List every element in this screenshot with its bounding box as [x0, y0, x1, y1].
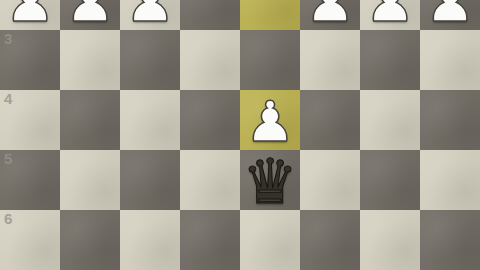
- square-h2[interactable]: ♟: [0, 0, 60, 30]
- piece-black-queen-d5[interactable]: ♛: [242, 152, 298, 212]
- piece-white-pawn-h2[interactable]: ♟: [5, 0, 55, 32]
- square-c3[interactable]: [300, 30, 360, 90]
- piece-white-pawn-f2[interactable]: ♟: [125, 0, 175, 32]
- piece-white-pawn-a2[interactable]: ♟: [425, 0, 475, 32]
- square-e3[interactable]: [180, 30, 240, 90]
- square-c6[interactable]: [300, 210, 360, 270]
- square-g4[interactable]: [60, 90, 120, 150]
- square-e6[interactable]: [180, 210, 240, 270]
- square-a6[interactable]: [420, 210, 480, 270]
- square-e5[interactable]: [180, 150, 240, 210]
- square-a3[interactable]: [420, 30, 480, 90]
- square-d5[interactable]: ♛: [240, 150, 300, 210]
- square-e4[interactable]: [180, 90, 240, 150]
- square-b6[interactable]: [360, 210, 420, 270]
- square-f6[interactable]: [120, 210, 180, 270]
- piece-white-pawn-g2[interactable]: ♟: [65, 0, 115, 32]
- square-f5[interactable]: [120, 150, 180, 210]
- square-g3[interactable]: [60, 30, 120, 90]
- square-e2[interactable]: [180, 0, 240, 30]
- piece-white-pawn-c2[interactable]: ♟: [305, 0, 355, 32]
- square-d4[interactable]: ♟: [240, 90, 300, 150]
- square-d6[interactable]: [240, 210, 300, 270]
- square-g6[interactable]: [60, 210, 120, 270]
- rank-label-4: 4: [4, 91, 12, 108]
- square-d2[interactable]: [240, 0, 300, 30]
- chess-board: ♟♟♟♟♟♟34♟5♛6: [0, 0, 480, 270]
- square-h6[interactable]: 6: [0, 210, 60, 270]
- square-h4[interactable]: 4: [0, 90, 60, 150]
- square-a5[interactable]: [420, 150, 480, 210]
- square-h5[interactable]: 5: [0, 150, 60, 210]
- square-g5[interactable]: [60, 150, 120, 210]
- square-a2[interactable]: ♟: [420, 0, 480, 30]
- piece-white-pawn-d4[interactable]: ♟: [245, 92, 295, 152]
- rank-label-6: 6: [4, 211, 12, 228]
- square-c2[interactable]: ♟: [300, 0, 360, 30]
- square-b3[interactable]: [360, 30, 420, 90]
- square-a4[interactable]: [420, 90, 480, 150]
- square-b2[interactable]: ♟: [360, 0, 420, 30]
- chess-board-viewport: ♟♟♟♟♟♟34♟5♛6: [0, 0, 480, 270]
- square-b4[interactable]: [360, 90, 420, 150]
- square-f4[interactable]: [120, 90, 180, 150]
- piece-white-pawn-b2[interactable]: ♟: [365, 0, 415, 32]
- square-d3[interactable]: [240, 30, 300, 90]
- square-g2[interactable]: ♟: [60, 0, 120, 30]
- rank-label-5: 5: [4, 151, 12, 168]
- square-c5[interactable]: [300, 150, 360, 210]
- square-f3[interactable]: [120, 30, 180, 90]
- square-h3[interactable]: 3: [0, 30, 60, 90]
- square-c4[interactable]: [300, 90, 360, 150]
- square-b5[interactable]: [360, 150, 420, 210]
- square-f2[interactable]: ♟: [120, 0, 180, 30]
